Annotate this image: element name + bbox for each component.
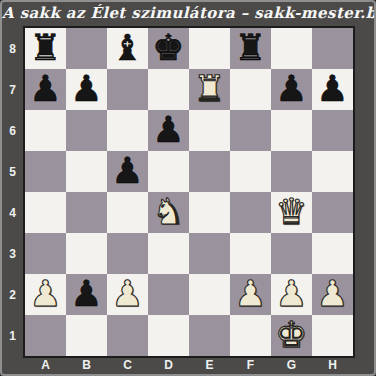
square-c8: ♝ <box>107 28 148 69</box>
square-g8 <box>271 28 312 69</box>
square-c5: ♟ <box>107 151 148 192</box>
white-pawn: ♟ <box>111 274 143 314</box>
square-f2: ♟ <box>230 274 271 315</box>
square-f6 <box>230 110 271 151</box>
board-frame: ♜♝♚♜♟♟♜♟♟♟♟♞♛♟♟♟♟♟♟♚ <box>23 26 355 358</box>
rank-label-5: 5 <box>2 151 23 192</box>
file-label-f: F <box>230 357 271 373</box>
square-c4 <box>107 192 148 233</box>
white-queen: ♛ <box>275 192 307 232</box>
square-d8: ♚ <box>148 28 189 69</box>
square-b7: ♟ <box>66 69 107 110</box>
square-h3 <box>312 233 353 274</box>
square-a8: ♜ <box>25 28 66 69</box>
square-a6 <box>25 110 66 151</box>
square-b3 <box>66 233 107 274</box>
square-b4 <box>66 192 107 233</box>
page-title: A sakk az Élet szimulátora – sakk-mester… <box>2 4 374 26</box>
rank-labels: 87654321 <box>2 28 23 356</box>
rank-label-6: 6 <box>2 110 23 151</box>
file-label-d: D <box>148 357 189 373</box>
square-g1: ♚ <box>271 315 312 356</box>
square-d3 <box>148 233 189 274</box>
black-pawn: ♟ <box>111 151 143 191</box>
square-c1 <box>107 315 148 356</box>
black-rook: ♜ <box>234 28 266 68</box>
white-rook: ♜ <box>193 69 225 109</box>
square-e4 <box>189 192 230 233</box>
square-a1 <box>25 315 66 356</box>
square-g5 <box>271 151 312 192</box>
square-e5 <box>189 151 230 192</box>
square-c7 <box>107 69 148 110</box>
file-label-h: H <box>312 357 353 373</box>
square-b6 <box>66 110 107 151</box>
square-d2 <box>148 274 189 315</box>
square-f8: ♜ <box>230 28 271 69</box>
square-d7 <box>148 69 189 110</box>
white-pawn: ♟ <box>29 274 61 314</box>
board: ♜♝♚♜♟♟♜♟♟♟♟♞♛♟♟♟♟♟♟♚ <box>25 28 353 356</box>
black-pawn: ♟ <box>316 69 348 109</box>
square-g4: ♛ <box>271 192 312 233</box>
square-f3 <box>230 233 271 274</box>
square-d5 <box>148 151 189 192</box>
file-label-b: B <box>66 357 107 373</box>
square-e3 <box>189 233 230 274</box>
square-a5 <box>25 151 66 192</box>
black-pawn: ♟ <box>152 110 184 150</box>
square-b2: ♟ <box>66 274 107 315</box>
white-king: ♚ <box>275 315 307 355</box>
square-e2 <box>189 274 230 315</box>
square-a4 <box>25 192 66 233</box>
white-knight: ♞ <box>152 192 184 232</box>
square-d1 <box>148 315 189 356</box>
square-g7: ♟ <box>271 69 312 110</box>
square-f4 <box>230 192 271 233</box>
file-label-e: E <box>189 357 230 373</box>
square-a7: ♟ <box>25 69 66 110</box>
black-rook: ♜ <box>29 28 61 68</box>
black-bishop: ♝ <box>111 28 143 68</box>
square-b8 <box>66 28 107 69</box>
square-e8 <box>189 28 230 69</box>
square-d6: ♟ <box>148 110 189 151</box>
square-c2: ♟ <box>107 274 148 315</box>
square-e7: ♜ <box>189 69 230 110</box>
square-b1 <box>66 315 107 356</box>
white-pawn: ♟ <box>316 274 348 314</box>
square-a2: ♟ <box>25 274 66 315</box>
rank-label-3: 3 <box>2 233 23 274</box>
square-f7 <box>230 69 271 110</box>
rank-label-2: 2 <box>2 274 23 315</box>
rank-label-4: 4 <box>2 192 23 233</box>
square-g6 <box>271 110 312 151</box>
file-label-a: A <box>25 357 66 373</box>
black-pawn: ♟ <box>70 69 102 109</box>
square-h8 <box>312 28 353 69</box>
black-pawn: ♟ <box>275 69 307 109</box>
square-e1 <box>189 315 230 356</box>
square-b5 <box>66 151 107 192</box>
white-pawn: ♟ <box>275 274 307 314</box>
black-pawn: ♟ <box>29 69 61 109</box>
square-h7: ♟ <box>312 69 353 110</box>
square-h1 <box>312 315 353 356</box>
file-label-g: G <box>271 357 312 373</box>
square-c3 <box>107 233 148 274</box>
square-h6 <box>312 110 353 151</box>
square-g2: ♟ <box>271 274 312 315</box>
square-a3 <box>25 233 66 274</box>
chess-diagram: A sakk az Élet szimulátora – sakk-mester… <box>0 0 376 376</box>
file-labels: ABCDEFGH <box>25 357 353 373</box>
white-pawn: ♟ <box>234 274 266 314</box>
square-h2: ♟ <box>312 274 353 315</box>
square-d4: ♞ <box>148 192 189 233</box>
square-f1 <box>230 315 271 356</box>
rank-label-7: 7 <box>2 69 23 110</box>
square-e6 <box>189 110 230 151</box>
black-king: ♚ <box>152 28 184 68</box>
file-label-c: C <box>107 357 148 373</box>
black-pawn: ♟ <box>70 274 102 314</box>
square-f5 <box>230 151 271 192</box>
rank-label-8: 8 <box>2 28 23 69</box>
square-g3 <box>271 233 312 274</box>
rank-label-1: 1 <box>2 315 23 356</box>
square-c6 <box>107 110 148 151</box>
square-h4 <box>312 192 353 233</box>
square-h5 <box>312 151 353 192</box>
